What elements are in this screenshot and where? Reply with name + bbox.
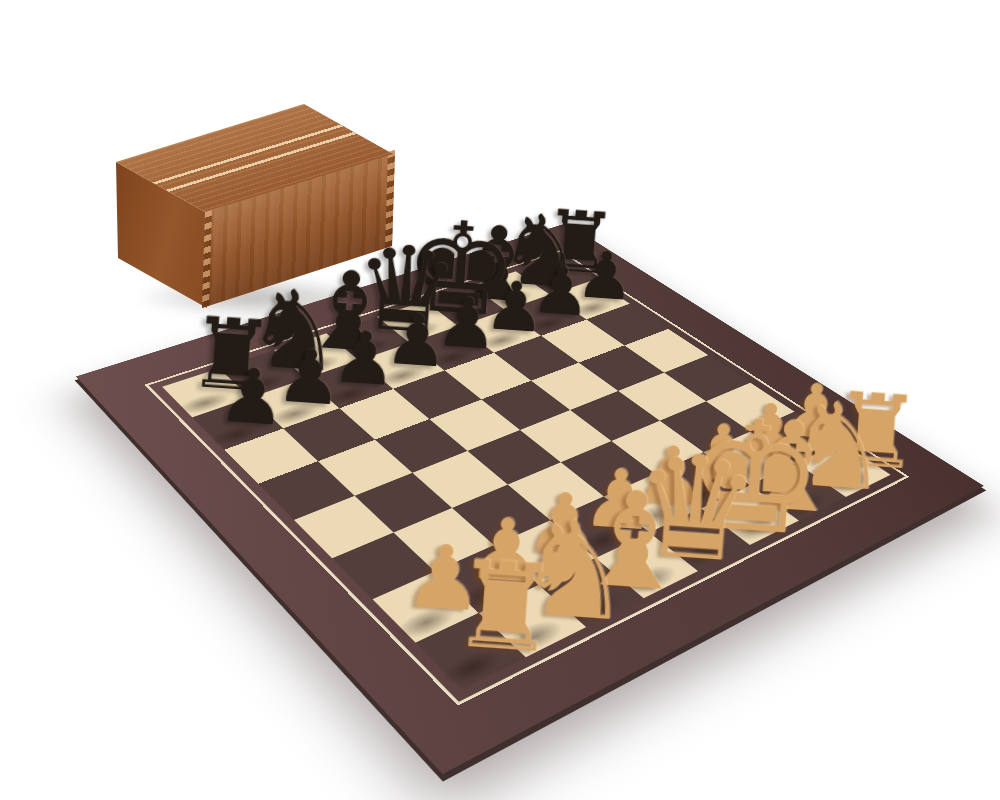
piece-black-pawn: ♟ [216,356,288,436]
chess-board: ♜♞♝♛♚♝♞♜♟♟♟♟♟♟♟♟♟♟♟♟♟♟♟♟♜♞♝♛♚♝♞♜ [76,223,984,774]
square-b5 [318,440,412,496]
scene-3d: ♜♞♝♛♚♝♞♜♟♟♟♟♟♟♟♟♟♟♟♟♟♟♟♟♜♞♝♛♚♝♞♜ [0,0,1000,800]
piece-white-rook: ♜ [447,543,535,668]
board-scene: ♜♞♝♛♚♝♞♜♟♟♟♟♟♟♟♟♟♟♟♟♟♟♟♟♜♞♝♛♚♝♞♜ [0,0,1000,800]
board-squares: ♜♞♝♛♚♝♞♜♟♟♟♟♟♟♟♟♟♟♟♟♟♟♟♟♜♞♝♛♚♝♞♜ [162,257,890,689]
scene: ♜♞♝♛♚♝♞♜♟♟♟♟♟♟♟♟♟♟♟♟♟♟♟♟♜♞♝♛♚♝♞♜ [0,0,1000,800]
